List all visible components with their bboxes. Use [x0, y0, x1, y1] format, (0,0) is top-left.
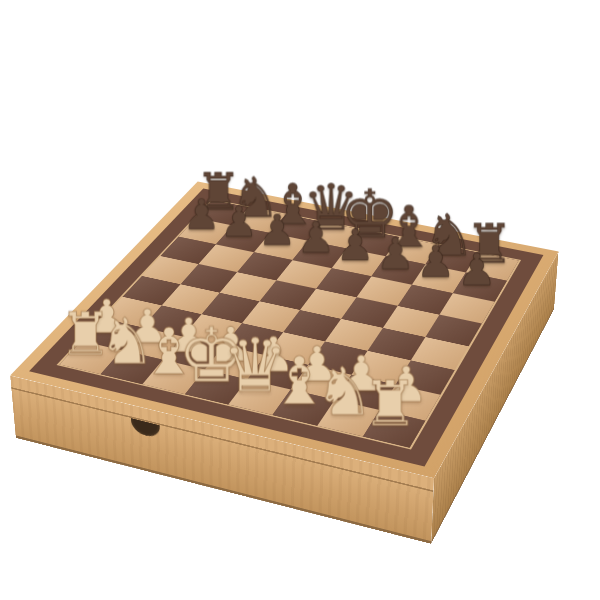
square-h1: ♜ — [363, 410, 425, 448]
product-photo: ♜♞♝♛♚♝♞♜♟♟♟♟♟♟♟♟♟♟♟♟♟♟♟♟♜♞♝♚♛♝♞♜ — [0, 0, 600, 600]
piece-dark-pawn: ♟ — [376, 232, 415, 276]
square-d5 — [260, 280, 317, 310]
piece-dark-pawn: ♟ — [183, 194, 221, 236]
piece-dark-pawn: ♟ — [457, 248, 497, 292]
piece-dark-pawn: ♟ — [258, 208, 296, 251]
drawer-notch-icon — [131, 418, 161, 439]
piece-dark-pawn: ♟ — [416, 240, 455, 284]
chess-box: ♜♞♝♛♚♝♞♜♟♟♟♟♟♟♟♟♟♟♟♟♟♟♟♟♜♞♝♚♛♝♞♜ — [10, 181, 559, 478]
piece-dark-pawn: ♟ — [297, 216, 335, 259]
piece-dark-pawn: ♟ — [336, 224, 375, 267]
piece-dark-pawn: ♟ — [220, 201, 258, 243]
piece-light-rook: ♜ — [362, 373, 418, 435]
